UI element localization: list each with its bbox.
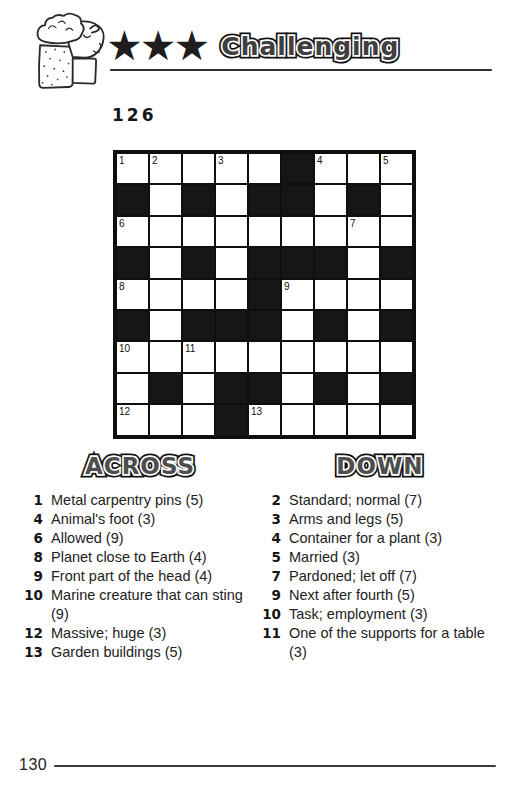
grid-cell[interactable] — [347, 404, 380, 435]
grid-cell[interactable] — [182, 153, 215, 184]
grid-cell-black — [215, 404, 248, 435]
clue-item: 10Task; employment (3) — [262, 605, 496, 624]
grid-cell-black — [116, 247, 149, 278]
clue-item: 13Garden buildings (5) — [24, 643, 256, 662]
clue-number: 2 — [262, 491, 281, 510]
down-heading-text: DOWN — [336, 453, 423, 479]
cell-number: 8 — [119, 281, 125, 292]
difficulty-header: ★ ★ ★ Challenging Challenging Challengin… — [106, 24, 399, 68]
grid-cell[interactable]: 13 — [248, 404, 281, 435]
clue-text: Planet close to Earth (4) — [51, 548, 256, 567]
cell-number: 3 — [218, 155, 224, 166]
puzzle-number: 126 — [112, 105, 157, 125]
grid-cell[interactable] — [347, 341, 380, 372]
cell-number: 6 — [119, 218, 125, 229]
across-heading-text: ACROSS — [85, 453, 195, 479]
grid-cell[interactable] — [380, 279, 413, 310]
clue-number: 6 — [24, 529, 43, 548]
grid-cell[interactable] — [314, 341, 347, 372]
grid-cell[interactable] — [347, 310, 380, 341]
grid-cell-black — [314, 247, 347, 278]
page-number: 130 — [19, 756, 47, 774]
grid-cell-black — [314, 373, 347, 404]
cell-number: 5 — [383, 155, 389, 166]
grid-cell-black — [380, 373, 413, 404]
grid-cell[interactable] — [215, 279, 248, 310]
grid-cell[interactable] — [182, 216, 215, 247]
clue-item: 5Married (3) — [262, 548, 496, 567]
grid-cell-black — [248, 310, 281, 341]
clue-item: 1Metal carpentry pins (5) — [24, 491, 256, 510]
clue-item: 6Allowed (9) — [24, 529, 256, 548]
grid-cell[interactable] — [149, 310, 182, 341]
clue-number: 9 — [262, 586, 281, 605]
clue-number: 10 — [24, 586, 43, 624]
clue-text: Massive; huge (3) — [51, 624, 256, 643]
grid-cell[interactable] — [314, 404, 347, 435]
across-heading-wrap: ACROSS ACROSS ACROSS — [24, 453, 256, 480]
grid-cell-black — [314, 310, 347, 341]
grid-cell[interactable] — [182, 404, 215, 435]
clue-text: Standard; normal (7) — [289, 491, 496, 510]
grid-cell-black — [116, 310, 149, 341]
clue-number: 1 — [24, 491, 43, 510]
cell-number: 2 — [152, 155, 158, 166]
clue-number: 13 — [24, 643, 43, 662]
grid-cell[interactable] — [380, 216, 413, 247]
grid-cell[interactable] — [281, 341, 314, 372]
grid-cell[interactable]: 5 — [380, 153, 413, 184]
clue-text: Married (3) — [289, 548, 496, 567]
grid-cell[interactable] — [380, 184, 413, 215]
grid-cell[interactable] — [248, 341, 281, 372]
cell-number: 13 — [251, 406, 262, 417]
difficulty-stars: ★ ★ ★ — [106, 26, 207, 66]
clue-number: 11 — [262, 624, 281, 662]
grid-cell[interactable] — [380, 341, 413, 372]
clue-text: Allowed (9) — [51, 529, 256, 548]
clue-number: 10 — [262, 605, 281, 624]
grid-cell[interactable] — [149, 404, 182, 435]
grid-cell[interactable] — [380, 404, 413, 435]
down-heading-wrap: DOWN DOWN DOWN — [264, 453, 496, 480]
grid-cell[interactable] — [314, 216, 347, 247]
crossword-grid: 12345678910111213 — [113, 150, 416, 439]
grid-cell[interactable] — [149, 247, 182, 278]
difficulty-label: Challenging Challenging Challenging — [221, 32, 399, 61]
clue-item: 8Planet close to Earth (4) — [24, 548, 256, 567]
grid-cell[interactable]: 6 — [116, 216, 149, 247]
down-heading: DOWN DOWN DOWN — [336, 453, 423, 479]
clue-text: Next after fourth (5) — [289, 586, 496, 605]
grid-cell[interactable] — [281, 373, 314, 404]
clue-number: 4 — [262, 529, 281, 548]
grid-cell[interactable]: 12 — [116, 404, 149, 435]
clue-item: 7Pardoned; let off (7) — [262, 567, 496, 586]
clue-item: 9Next after fourth (5) — [262, 586, 496, 605]
grid-cell-black — [116, 184, 149, 215]
grid-cell-black — [182, 247, 215, 278]
clue-text: Garden buildings (5) — [51, 643, 256, 662]
grid-cell[interactable] — [215, 216, 248, 247]
grid-cell[interactable] — [215, 341, 248, 372]
clue-item: 9Front part of the head (4) — [24, 567, 256, 586]
clue-text: Front part of the head (4) — [51, 567, 256, 586]
grid-cell[interactable] — [281, 216, 314, 247]
cell-number: 4 — [317, 155, 323, 166]
star-icon: ★ — [106, 26, 143, 66]
difficulty-label-text: Challenging — [221, 32, 399, 61]
grid-cell[interactable]: 10 — [116, 341, 149, 372]
grid-cell-black — [215, 373, 248, 404]
clue-item: 4Container for a plant (3) — [262, 529, 496, 548]
clue-text: Animal's foot (3) — [51, 510, 256, 529]
grid-cell-black — [248, 184, 281, 215]
clue-item: 12Massive; huge (3) — [24, 624, 256, 643]
grid-cell[interactable] — [314, 279, 347, 310]
clue-number: 8 — [24, 548, 43, 567]
grid-cell[interactable] — [248, 153, 281, 184]
grid-cell-black — [380, 310, 413, 341]
grid-cell-black — [215, 310, 248, 341]
grid-cell[interactable]: 4 — [314, 153, 347, 184]
cell-number: 7 — [350, 218, 356, 229]
clue-number: 9 — [24, 567, 43, 586]
clue-number: 5 — [262, 548, 281, 567]
grid-cell[interactable] — [149, 184, 182, 215]
clue-item: 3Arms and legs (5) — [262, 510, 496, 529]
clue-number: 7 — [262, 567, 281, 586]
across-clues: 1Metal carpentry pins (5)4Animal's foot … — [24, 491, 256, 662]
grid-cell[interactable] — [116, 373, 149, 404]
clue-text: Pardoned; let off (7) — [289, 567, 496, 586]
clue-text: Container for a plant (3) — [289, 529, 496, 548]
across-heading: ACROSS ACROSS ACROSS — [85, 453, 195, 479]
grid-cell[interactable] — [149, 341, 182, 372]
grid-cell[interactable]: 9 — [281, 279, 314, 310]
grid-cell[interactable]: 8 — [116, 279, 149, 310]
down-clues: 2Standard; normal (7)3Arms and legs (5)4… — [262, 491, 496, 662]
clue-number: 3 — [262, 510, 281, 529]
sheep-icon — [20, 10, 112, 98]
grid-cell[interactable] — [182, 279, 215, 310]
clue-item: 2Standard; normal (7) — [262, 491, 496, 510]
grid-cell[interactable] — [215, 184, 248, 215]
cell-number: 1 — [119, 155, 125, 166]
grid-cell-black — [347, 184, 380, 215]
grid-cell-black — [380, 247, 413, 278]
clue-number: 4 — [24, 510, 43, 529]
clue-item: 4Animal's foot (3) — [24, 510, 256, 529]
grid-cell[interactable] — [347, 247, 380, 278]
footer-rule — [54, 765, 496, 767]
across-list: 1Metal carpentry pins (5)4Animal's foot … — [24, 491, 256, 662]
puzzle-book-page: ★ ★ ★ Challenging Challenging Challengin… — [0, 0, 512, 792]
grid-cell[interactable]: 1 — [116, 153, 149, 184]
grid-cell-black — [248, 247, 281, 278]
cell-number: 10 — [119, 343, 130, 354]
grid-cell[interactable] — [149, 216, 182, 247]
grid-cell-black — [182, 184, 215, 215]
grid-cell[interactable] — [347, 153, 380, 184]
clue-text: Marine creature that can sting (9) — [51, 586, 256, 624]
grid-cell[interactable]: 3 — [215, 153, 248, 184]
cell-number: 11 — [185, 343, 195, 354]
down-list: 2Standard; normal (7)3Arms and legs (5)4… — [262, 491, 496, 662]
grid-cell[interactable]: 2 — [149, 153, 182, 184]
grid-cell[interactable] — [347, 279, 380, 310]
clue-text: Task; employment (3) — [289, 605, 496, 624]
grid-cell-black — [149, 373, 182, 404]
clue-item: 10Marine creature that can sting (9) — [24, 586, 256, 624]
grid-cell-black — [182, 310, 215, 341]
cell-number: 9 — [284, 281, 290, 292]
grid-cell[interactable] — [281, 310, 314, 341]
clue-text: Arms and legs (5) — [289, 510, 496, 529]
grid-cell[interactable]: 7 — [347, 216, 380, 247]
grid-cell[interactable] — [314, 184, 347, 215]
cell-number: 12 — [119, 406, 130, 417]
grid-cell-black — [281, 184, 314, 215]
star-icon: ★ — [140, 26, 177, 66]
clue-text: Metal carpentry pins (5) — [51, 491, 256, 510]
grid-cell[interactable] — [215, 247, 248, 278]
grid-cell[interactable]: 11 — [182, 341, 215, 372]
grid-cell[interactable] — [281, 404, 314, 435]
grid-cell-black — [281, 153, 314, 184]
grid-cell-black — [248, 373, 281, 404]
grid-cell[interactable] — [149, 279, 182, 310]
grid-cell[interactable] — [248, 216, 281, 247]
grid-cell[interactable] — [182, 373, 215, 404]
header-rule — [110, 69, 492, 71]
clue-text: One of the supports for a table (3) — [289, 624, 496, 662]
clue-item: 11One of the supports for a table (3) — [262, 624, 496, 662]
star-icon: ★ — [174, 26, 211, 66]
grid-cell[interactable] — [347, 373, 380, 404]
grid-cell-black — [248, 279, 281, 310]
grid-cell-black — [281, 247, 314, 278]
clue-number: 12 — [24, 624, 43, 643]
